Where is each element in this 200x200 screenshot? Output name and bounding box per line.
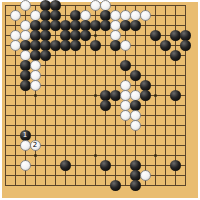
white-stone[interactable] xyxy=(140,170,151,181)
black-stone[interactable] xyxy=(70,30,81,41)
black-stone[interactable] xyxy=(40,0,51,11)
black-stone[interactable] xyxy=(70,10,81,21)
white-stone[interactable] xyxy=(120,40,131,51)
black-stone[interactable] xyxy=(180,30,191,41)
white-stone[interactable] xyxy=(30,60,41,71)
white-stone[interactable] xyxy=(30,10,41,21)
black-stone[interactable] xyxy=(40,40,51,51)
star-point xyxy=(94,154,97,157)
black-stone[interactable] xyxy=(100,10,111,21)
black-stone[interactable] xyxy=(100,100,111,111)
black-stone[interactable] xyxy=(40,30,51,41)
black-stone[interactable] xyxy=(50,0,61,11)
white-stone[interactable]: 2 xyxy=(30,140,41,151)
black-stone[interactable] xyxy=(100,20,111,31)
black-stone[interactable] xyxy=(20,60,31,71)
white-stone[interactable] xyxy=(90,0,101,11)
black-stone[interactable] xyxy=(140,90,151,101)
black-stone[interactable] xyxy=(140,80,151,91)
black-stone[interactable] xyxy=(60,30,71,41)
black-stone[interactable] xyxy=(40,20,51,31)
move-number-label: 1 xyxy=(23,131,27,138)
black-stone[interactable] xyxy=(130,70,141,81)
white-stone[interactable] xyxy=(20,0,31,11)
white-stone[interactable] xyxy=(130,10,141,21)
white-stone[interactable] xyxy=(10,10,21,21)
star-point xyxy=(94,34,97,37)
star-point xyxy=(34,94,37,97)
black-stone[interactable] xyxy=(130,100,141,111)
black-stone[interactable] xyxy=(80,30,91,41)
black-stone[interactable] xyxy=(130,160,141,171)
black-stone[interactable] xyxy=(180,40,191,51)
black-stone[interactable] xyxy=(160,40,171,51)
black-stone[interactable] xyxy=(100,160,111,171)
star-point xyxy=(34,154,37,157)
black-stone[interactable] xyxy=(90,20,101,31)
star-point xyxy=(154,154,157,157)
white-stone[interactable] xyxy=(30,80,41,91)
white-stone[interactable] xyxy=(110,30,121,41)
black-stone[interactable] xyxy=(20,80,31,91)
black-stone[interactable] xyxy=(60,20,71,31)
black-stone[interactable] xyxy=(50,40,61,51)
black-stone[interactable] xyxy=(130,180,141,191)
black-stone[interactable] xyxy=(70,20,81,31)
white-stone[interactable] xyxy=(110,10,121,21)
white-stone[interactable] xyxy=(20,50,31,61)
black-stone[interactable] xyxy=(60,40,71,51)
white-stone[interactable] xyxy=(80,10,91,21)
black-stone[interactable] xyxy=(170,30,181,41)
star-point xyxy=(94,94,97,97)
star-point xyxy=(154,94,157,97)
black-stone[interactable] xyxy=(40,50,51,61)
black-stone[interactable] xyxy=(40,10,51,21)
black-stone[interactable] xyxy=(120,60,131,71)
black-stone[interactable] xyxy=(20,70,31,81)
white-stone[interactable] xyxy=(120,90,131,101)
black-stone[interactable] xyxy=(170,50,181,61)
white-stone[interactable] xyxy=(100,0,111,11)
white-stone[interactable] xyxy=(20,20,31,31)
white-stone[interactable] xyxy=(120,100,131,111)
black-stone[interactable] xyxy=(110,180,121,191)
black-stone[interactable] xyxy=(80,20,91,31)
white-stone[interactable] xyxy=(30,70,41,81)
black-stone[interactable] xyxy=(30,30,41,41)
black-stone[interactable] xyxy=(170,90,181,101)
white-stone[interactable] xyxy=(120,10,131,21)
black-stone[interactable] xyxy=(50,10,61,21)
white-stone[interactable] xyxy=(130,90,141,101)
black-stone[interactable] xyxy=(30,20,41,31)
white-stone[interactable] xyxy=(20,30,31,41)
black-stone[interactable] xyxy=(130,170,141,181)
white-stone[interactable] xyxy=(20,140,31,151)
black-stone[interactable] xyxy=(30,40,41,51)
black-stone[interactable]: 1 xyxy=(20,130,31,141)
black-stone[interactable] xyxy=(70,40,81,51)
black-stone[interactable] xyxy=(30,50,41,61)
black-stone[interactable] xyxy=(170,160,181,171)
white-stone[interactable] xyxy=(130,110,141,121)
black-stone[interactable] xyxy=(150,30,161,41)
black-stone[interactable] xyxy=(20,40,31,51)
white-stone[interactable] xyxy=(140,10,151,21)
white-stone[interactable] xyxy=(120,110,131,121)
black-stone[interactable] xyxy=(120,20,131,31)
go-board-screenshot: 12 xyxy=(0,0,200,200)
black-stone[interactable] xyxy=(60,160,71,171)
black-stone[interactable] xyxy=(110,40,121,51)
white-stone[interactable] xyxy=(110,20,121,31)
move-number-label: 2 xyxy=(33,141,37,148)
goban[interactable]: 12 xyxy=(2,2,198,198)
black-stone[interactable] xyxy=(100,90,111,101)
black-stone[interactable] xyxy=(110,90,121,101)
white-stone[interactable] xyxy=(130,120,141,131)
black-stone[interactable] xyxy=(50,20,61,31)
white-stone[interactable] xyxy=(120,80,131,91)
white-stone[interactable] xyxy=(10,40,21,51)
white-stone[interactable] xyxy=(10,30,21,41)
black-stone[interactable] xyxy=(90,40,101,51)
white-stone[interactable] xyxy=(20,160,31,171)
black-stone[interactable] xyxy=(130,20,141,31)
